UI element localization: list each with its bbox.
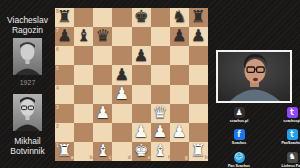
square-g5[interactable] xyxy=(170,65,189,84)
facebook-link[interactable]: fSzachus xyxy=(213,129,265,148)
square-c6[interactable] xyxy=(93,46,112,65)
square-a5[interactable]: 5 xyxy=(55,65,74,84)
square-e5[interactable] xyxy=(132,65,151,84)
rank-label-5: 5 xyxy=(56,66,59,71)
square-a1[interactable]: 1a♜ xyxy=(55,142,74,161)
website-link[interactable]: ♟szachus.pl xyxy=(213,107,265,126)
square-g6[interactable] xyxy=(170,46,189,65)
webcam-frame xyxy=(216,50,292,103)
square-e4[interactable] xyxy=(132,85,151,104)
square-c8[interactable] xyxy=(93,8,112,27)
white-piece-p-g2: ♟ xyxy=(170,123,189,142)
square-a4[interactable]: 4 xyxy=(55,85,74,104)
square-b6[interactable] xyxy=(74,46,93,65)
black-piece-p-h7: ♟ xyxy=(189,27,208,46)
rank-label-3: 3 xyxy=(56,105,59,110)
twitter-link[interactable]: tPanSzachus xyxy=(266,129,300,148)
square-a7[interactable]: 7♟ xyxy=(55,27,74,46)
square-d2[interactable] xyxy=(112,123,131,142)
square-d3[interactable] xyxy=(112,104,131,123)
twitch-label: szachuspl xyxy=(278,119,300,123)
square-g4[interactable] xyxy=(170,85,189,104)
white-piece-p-d4: ♟ xyxy=(112,85,131,104)
square-h3[interactable] xyxy=(189,104,208,123)
square-b2[interactable] xyxy=(74,123,93,142)
twitter-label: PanSzachus xyxy=(278,141,300,145)
square-c3[interactable]: ♟ xyxy=(93,104,112,123)
white-piece-p-e2: ♟ xyxy=(132,123,151,142)
black-piece-r-h8: ♜ xyxy=(189,8,208,27)
chess-board: 8♜♚♞♜7♟♝♛♟♟6♟5♟4♟3♟♛2♟♟♟1a♜bc♝de♚f♝gh♜ xyxy=(55,8,208,161)
white-player-first: Viacheslav xyxy=(0,15,55,25)
square-d7[interactable] xyxy=(112,27,131,46)
square-a2[interactable]: 2 xyxy=(55,123,74,142)
players-sidebar: Viacheslav Ragozin 1927 xyxy=(0,0,55,168)
twitter-icon: t xyxy=(287,129,298,140)
square-b3[interactable] xyxy=(74,104,93,123)
square-c2[interactable] xyxy=(93,123,112,142)
square-g2[interactable]: ♟ xyxy=(170,123,189,142)
square-b8[interactable] xyxy=(74,8,93,27)
white-piece-p-c3: ♟ xyxy=(93,104,112,123)
square-f7[interactable] xyxy=(151,27,170,46)
square-g7[interactable]: ♟ xyxy=(170,27,189,46)
square-a8[interactable]: 8♜ xyxy=(55,8,74,27)
square-f5[interactable] xyxy=(151,65,170,84)
black-piece-p-e6: ♟ xyxy=(132,46,151,65)
square-c7[interactable]: ♛ xyxy=(93,27,112,46)
square-b5[interactable] xyxy=(74,65,93,84)
square-e2[interactable]: ♟ xyxy=(132,123,151,142)
white-player-name: Viacheslav Ragozin xyxy=(0,15,55,35)
square-h1[interactable]: h♜ xyxy=(189,142,208,161)
black-piece-p-g7: ♟ xyxy=(170,27,189,46)
discord-label: Pan Szachus Klub xyxy=(225,164,254,168)
square-h7[interactable]: ♟ xyxy=(189,27,208,46)
portrait-ragozin-image xyxy=(13,38,42,75)
black-player-first: Mikhail xyxy=(0,136,55,146)
square-f2[interactable]: ♟ xyxy=(151,123,170,142)
streamer-webcam-image xyxy=(218,52,290,101)
black-piece-q-c7: ♛ xyxy=(93,27,112,46)
social-grid: ♟szachus.pltszachuspl◎panszachusfSzachus… xyxy=(213,107,299,168)
square-d4[interactable]: ♟ xyxy=(112,85,131,104)
white-piece-p-f2: ♟ xyxy=(151,123,170,142)
square-f4[interactable] xyxy=(151,85,170,104)
square-h6[interactable] xyxy=(189,46,208,65)
square-d5[interactable]: ♟ xyxy=(112,65,131,84)
black-player-last: Botvinnik xyxy=(0,146,55,156)
square-g8[interactable]: ♞ xyxy=(170,8,189,27)
white-piece-q-f3: ♛ xyxy=(151,104,170,123)
discord-link[interactable]: ☺Pan Szachus Klub xyxy=(213,152,265,168)
file-label-h: h xyxy=(204,155,207,160)
rank-label-2: 2 xyxy=(56,124,59,129)
rank-label-8: 8 xyxy=(56,9,59,14)
twitch-link[interactable]: tszachuspl xyxy=(266,107,300,126)
facebook-label: Szachus xyxy=(225,141,254,145)
square-f8[interactable] xyxy=(151,8,170,27)
square-h2[interactable] xyxy=(189,123,208,142)
rank-label-7: 7 xyxy=(56,28,59,33)
rank-label-4: 4 xyxy=(56,86,59,91)
black-piece-k-e8: ♚ xyxy=(132,8,151,27)
square-e7[interactable] xyxy=(132,27,151,46)
facebook-icon: f xyxy=(234,129,245,140)
square-b7[interactable]: ♝ xyxy=(74,27,93,46)
rank-label-6: 6 xyxy=(56,47,59,52)
black-piece-p-d5: ♟ xyxy=(112,65,131,84)
rank-label-1: 1 xyxy=(56,143,59,148)
white-piece-b-f1: ♝ xyxy=(151,142,170,161)
square-h8[interactable]: ♜ xyxy=(189,8,208,27)
square-d8[interactable] xyxy=(112,8,131,27)
portrait-botvinnik-image xyxy=(13,94,42,131)
square-h5[interactable] xyxy=(189,65,208,84)
square-e6[interactable]: ♟ xyxy=(132,46,151,65)
white-player-last: Ragozin xyxy=(0,25,55,35)
website-label: szachus.pl xyxy=(225,119,254,123)
square-f3[interactable]: ♛ xyxy=(151,104,170,123)
square-h4[interactable] xyxy=(189,85,208,104)
square-f6[interactable] xyxy=(151,46,170,65)
square-g3[interactable] xyxy=(170,104,189,123)
square-b4[interactable] xyxy=(74,85,93,104)
black-piece-b-b7: ♝ xyxy=(74,27,93,46)
black-player-name: Mikhail Botvinnik xyxy=(0,136,55,156)
square-a6[interactable]: 6 xyxy=(55,46,74,65)
square-e1[interactable]: e♚ xyxy=(132,142,151,161)
white-player-photo xyxy=(13,38,42,75)
square-c5[interactable] xyxy=(93,65,112,84)
lichess-club-icon: ♞ xyxy=(287,152,298,163)
square-e3[interactable] xyxy=(132,104,151,123)
twitch-icon: t xyxy=(287,107,298,118)
square-d6[interactable] xyxy=(112,46,131,65)
lichess-club-label: Lichess Pan Szachus Klub xyxy=(278,164,300,168)
black-player-photo xyxy=(13,94,42,131)
game-year: 1927 xyxy=(0,79,55,86)
black-piece-n-g8: ♞ xyxy=(170,8,189,27)
square-e8[interactable]: ♚ xyxy=(132,8,151,27)
website-icon: ♟ xyxy=(234,107,245,118)
square-a3[interactable]: 3 xyxy=(55,104,74,123)
stream-frame: Viacheslav Ragozin 1927 xyxy=(0,0,300,168)
square-b1[interactable]: b xyxy=(74,142,93,161)
square-d1[interactable]: d xyxy=(112,142,131,161)
square-g1[interactable]: g xyxy=(170,142,189,161)
square-c4[interactable] xyxy=(93,85,112,104)
square-f1[interactable]: f♝ xyxy=(151,142,170,161)
discord-icon: ☺ xyxy=(234,152,245,163)
square-c1[interactable]: c♝ xyxy=(93,142,112,161)
lichess-club-link[interactable]: ♞Lichess Pan Szachus Klub xyxy=(266,152,300,168)
